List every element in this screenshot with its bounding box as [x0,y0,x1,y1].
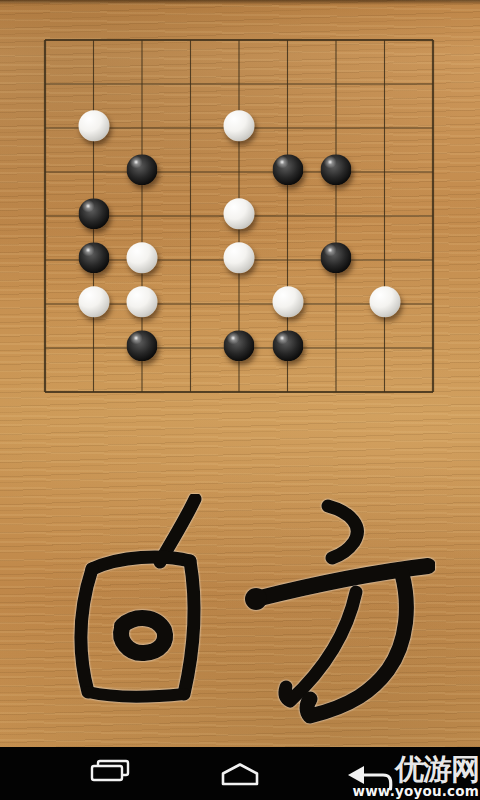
stone-white [224,242,255,273]
stone-white [272,286,303,317]
stone-white [369,286,400,317]
recents-button[interactable] [92,761,128,780]
stone-black [272,154,303,185]
stone-white [78,110,109,141]
stone-white [127,242,158,273]
stone-black [224,330,255,361]
char-bai [81,499,195,697]
watermark-url: www.yoyou.com [352,785,479,799]
stone-black [78,242,109,273]
calligraphy-bai-fang-icon [70,494,435,729]
stone-black [321,242,352,273]
stone-white [127,286,158,317]
watermark: 优游网 www.yoyou.com [352,755,479,799]
stone-black [272,330,303,361]
stone-black [78,198,109,229]
stone-white [224,198,255,229]
stone-black [321,154,352,185]
stone-white [224,110,255,141]
watermark-logo: 优游网 [352,755,479,784]
app-screen: 白方 [0,0,480,800]
board[interactable] [45,40,433,392]
turn-indicator: 白方 [70,494,435,729]
stone-black [127,154,158,185]
stone-black [127,330,158,361]
stone-white [78,286,109,317]
home-button[interactable] [223,765,257,785]
char-fang [245,506,428,716]
